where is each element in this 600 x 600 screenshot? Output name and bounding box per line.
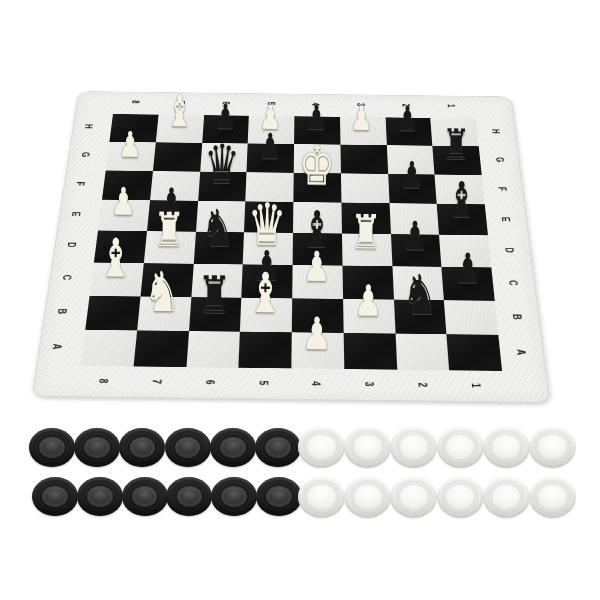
piece-black-pawn-h4[interactable]: ♟ — [305, 101, 328, 135]
file-label-left-E: E — [70, 211, 82, 216]
board-coordinates: HHGGFFEEDDCCBBAA8877665544332211 — [79, 92, 510, 97]
white-checker-2[interactable] — [344, 426, 391, 468]
square-a5[interactable] — [239, 332, 292, 369]
piece-black-bishop-e1[interactable]: ♝ — [445, 176, 478, 225]
square-a3[interactable] — [343, 333, 396, 370]
piece-white-pawn-g8[interactable]: ♟ — [118, 126, 142, 161]
white-checker-4[interactable] — [437, 426, 484, 468]
square-g7[interactable] — [153, 142, 202, 171]
rank-label-bottom-8: 8 — [97, 378, 110, 383]
piece-white-pawn-e8[interactable]: ♟ — [110, 183, 136, 222]
rank-label-bottom-6: 6 — [203, 380, 215, 385]
square-g3[interactable] — [340, 144, 387, 173]
piece-white-knight-b7[interactable]: ♞ — [144, 265, 181, 321]
white-checker-9[interactable] — [390, 476, 437, 518]
piece-black-pawn-c1[interactable]: ♟ — [454, 248, 482, 290]
product-photo-stage: HHGGFFEEDDCCBBAA8877665544332211 ♝♟♟♟♟♟♟… — [0, 0, 600, 600]
piece-white-bishop-b5[interactable]: ♝ — [247, 266, 284, 322]
black-checker-5[interactable] — [210, 428, 256, 467]
piece-white-pawn-h3[interactable]: ♟ — [350, 102, 373, 136]
file-label-right-D: D — [504, 248, 516, 253]
file-label-right-H: H — [491, 129, 502, 134]
square-a2[interactable] — [395, 334, 449, 371]
file-label-left-F: F — [74, 182, 85, 186]
chess-board-grid — [81, 114, 502, 371]
file-label-right-F: F — [496, 187, 507, 191]
black-checker-9[interactable] — [122, 477, 168, 516]
square-a8[interactable] — [81, 330, 137, 366]
file-label-left-C: C — [61, 275, 73, 281]
black-checker-10[interactable] — [166, 477, 212, 516]
black-checker-3[interactable] — [119, 428, 165, 467]
file-label-left-G: G — [79, 152, 90, 157]
white-checker-7[interactable] — [298, 476, 345, 518]
piece-black-rook-b6[interactable]: ♜ — [197, 269, 232, 321]
black-checker-7[interactable] — [32, 477, 78, 516]
white-checker-10[interactable] — [437, 476, 484, 518]
file-label-left-D: D — [66, 242, 78, 247]
piece-white-king-f4[interactable]: ♚ — [298, 139, 335, 194]
piece-white-pawn-b3[interactable]: ♟ — [354, 279, 383, 322]
file-label-right-E: E — [500, 217, 511, 222]
file-label-left-A: A — [51, 343, 64, 349]
rank-label-bottom-2: 2 — [416, 382, 428, 387]
white-checker-12[interactable] — [529, 476, 576, 518]
rank-label-bottom-7: 7 — [150, 379, 162, 384]
black-checkers-tray — [25, 420, 307, 522]
black-checker-2[interactable] — [74, 428, 120, 467]
square-a6[interactable] — [186, 331, 240, 367]
square-b1[interactable] — [444, 300, 498, 335]
file-label-right-C: C — [507, 280, 519, 286]
file-label-right-G: G — [494, 157, 505, 162]
piece-black-queen-f6[interactable]: ♛ — [203, 138, 240, 193]
piece-black-pawn-f2[interactable]: ♟ — [399, 158, 424, 195]
rank-label-bottom-1: 1 — [469, 383, 481, 388]
piece-black-pawn-g5[interactable]: ♟ — [258, 128, 282, 163]
square-b8[interactable] — [85, 296, 140, 331]
piece-black-pawn-h2[interactable]: ♟ — [396, 103, 419, 137]
black-checker-8[interactable] — [77, 477, 123, 516]
piece-black-knight-b2[interactable]: ♞ — [401, 268, 438, 324]
square-a7[interactable] — [133, 331, 188, 367]
rank-label-top-8: 8 — [130, 100, 141, 103]
file-label-left-H: H — [83, 124, 94, 129]
piece-white-pawn-c4[interactable]: ♟ — [303, 246, 331, 288]
white-checker-1[interactable] — [298, 426, 345, 468]
square-f3[interactable] — [341, 173, 389, 203]
rank-label-bottom-4: 4 — [310, 381, 322, 386]
piece-white-rook-d7[interactable]: ♜ — [153, 206, 185, 254]
rank-label-bottom-3: 3 — [363, 382, 375, 387]
white-checker-6[interactable] — [529, 426, 576, 468]
file-label-right-A: A — [515, 349, 527, 355]
piece-black-pawn-h6[interactable]: ♟ — [214, 100, 237, 134]
piece-black-pawn-d2[interactable]: ♟ — [402, 217, 429, 257]
rank-label-bottom-5: 5 — [256, 380, 268, 385]
file-label-right-B: B — [511, 314, 523, 320]
black-checker-11[interactable] — [211, 477, 257, 516]
white-checker-3[interactable] — [390, 426, 437, 468]
file-label-left-B: B — [56, 308, 68, 314]
white-checker-11[interactable] — [483, 476, 530, 518]
piece-black-knight-d6[interactable]: ♞ — [201, 203, 236, 255]
black-checker-4[interactable] — [165, 428, 211, 467]
piece-white-bishop-c8[interactable]: ♝ — [97, 232, 133, 286]
white-checkers-tray — [294, 419, 576, 521]
piece-white-bishop-h7[interactable]: ♝ — [165, 90, 194, 134]
white-checker-8[interactable] — [344, 476, 391, 518]
piece-white-pawn-a4[interactable]: ♟ — [302, 313, 332, 358]
piece-white-rook-d3[interactable]: ♜ — [350, 208, 382, 256]
piece-black-rook-g1[interactable]: ♜ — [442, 123, 470, 165]
black-checker-1[interactable] — [29, 428, 75, 467]
white-checker-5[interactable] — [483, 426, 530, 468]
square-a1[interactable] — [447, 334, 502, 371]
rank-label-top-1: 1 — [445, 104, 455, 107]
